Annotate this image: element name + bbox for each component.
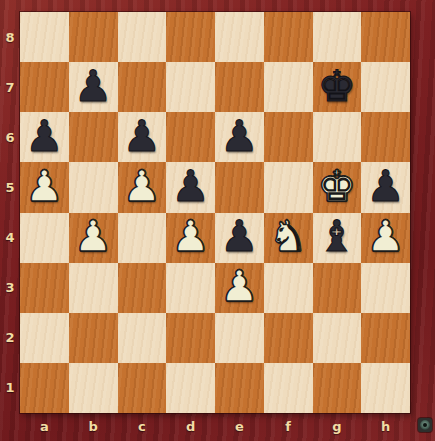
square-c8[interactable] — [118, 12, 167, 62]
file-label-a: a — [20, 413, 69, 441]
square-e3[interactable]: ♟ — [215, 263, 264, 313]
square-c3[interactable] — [118, 263, 167, 313]
rank-label-4: 4 — [0, 213, 20, 263]
square-a1[interactable] — [20, 363, 69, 413]
square-f7[interactable] — [264, 62, 313, 112]
square-b5[interactable] — [69, 162, 118, 212]
square-b7[interactable]: ♟ — [69, 62, 118, 112]
file-label-f: f — [264, 413, 313, 441]
square-b3[interactable] — [69, 263, 118, 313]
rank-label-8: 8 — [0, 12, 20, 62]
file-label-c: c — [118, 413, 167, 441]
square-c4[interactable] — [118, 213, 167, 263]
square-a8[interactable] — [20, 12, 69, 62]
square-d6[interactable] — [166, 112, 215, 162]
piece-white-pawn[interactable]: ♟ — [220, 265, 259, 308]
rank-label-5: 5 — [0, 162, 20, 212]
square-e5[interactable] — [215, 162, 264, 212]
square-a4[interactable] — [20, 213, 69, 263]
square-b4[interactable]: ♟ — [69, 213, 118, 263]
piece-black-pawn[interactable]: ♟ — [220, 115, 259, 158]
square-a5[interactable]: ♟ — [20, 162, 69, 212]
rank-label-6: 6 — [0, 112, 20, 162]
square-f4[interactable]: ♞ — [264, 213, 313, 263]
square-d7[interactable] — [166, 62, 215, 112]
file-label-e: e — [215, 413, 264, 441]
square-a2[interactable] — [20, 313, 69, 363]
square-a3[interactable] — [20, 263, 69, 313]
square-f1[interactable] — [264, 363, 313, 413]
square-e4[interactable]: ♟ — [215, 213, 264, 263]
square-h7[interactable] — [361, 62, 410, 112]
square-b6[interactable] — [69, 112, 118, 162]
rank-label-1: 1 — [0, 363, 20, 413]
piece-white-king[interactable]: ♚ — [318, 165, 357, 208]
square-f2[interactable] — [264, 313, 313, 363]
piece-white-pawn[interactable]: ♟ — [123, 165, 162, 208]
square-c6[interactable]: ♟ — [118, 112, 167, 162]
square-d2[interactable] — [166, 313, 215, 363]
file-label-h: h — [361, 413, 410, 441]
piece-black-bishop[interactable]: ♝ — [318, 215, 357, 258]
board-settings-icon — [420, 420, 430, 430]
rank-label-7: 7 — [0, 62, 20, 112]
square-e1[interactable] — [215, 363, 264, 413]
square-d8[interactable] — [166, 12, 215, 62]
square-g8[interactable] — [313, 12, 362, 62]
board-settings-button[interactable] — [418, 418, 432, 432]
square-d4[interactable]: ♟ — [166, 213, 215, 263]
file-labels: abcdefgh — [20, 413, 410, 441]
file-label-d: d — [166, 413, 215, 441]
square-g1[interactable] — [313, 363, 362, 413]
square-g6[interactable] — [313, 112, 362, 162]
square-d1[interactable] — [166, 363, 215, 413]
square-e6[interactable]: ♟ — [215, 112, 264, 162]
square-g5[interactable]: ♚ — [313, 162, 362, 212]
square-f3[interactable] — [264, 263, 313, 313]
piece-white-pawn[interactable]: ♟ — [366, 215, 405, 258]
piece-black-pawn[interactable]: ♟ — [171, 165, 210, 208]
square-h4[interactable]: ♟ — [361, 213, 410, 263]
piece-black-pawn[interactable]: ♟ — [366, 165, 405, 208]
square-c7[interactable] — [118, 62, 167, 112]
square-g4[interactable]: ♝ — [313, 213, 362, 263]
piece-white-pawn[interactable]: ♟ — [74, 215, 113, 258]
file-label-g: g — [313, 413, 362, 441]
square-a6[interactable]: ♟ — [20, 112, 69, 162]
square-c1[interactable] — [118, 363, 167, 413]
square-d5[interactable]: ♟ — [166, 162, 215, 212]
piece-white-knight[interactable]: ♞ — [269, 215, 308, 258]
square-e7[interactable] — [215, 62, 264, 112]
piece-black-pawn[interactable]: ♟ — [220, 215, 259, 258]
square-b8[interactable] — [69, 12, 118, 62]
chess-board-frame: 87654321 ♟♚♟♟♟♟♟♟♚♟♟♟♟♞♝♟♟ abcdefgh — [0, 0, 435, 441]
square-h2[interactable] — [361, 313, 410, 363]
piece-black-pawn[interactable]: ♟ — [74, 65, 113, 108]
square-f5[interactable] — [264, 162, 313, 212]
piece-black-king[interactable]: ♚ — [318, 65, 357, 108]
square-f6[interactable] — [264, 112, 313, 162]
square-h1[interactable] — [361, 363, 410, 413]
file-label-b: b — [69, 413, 118, 441]
square-d3[interactable] — [166, 263, 215, 313]
square-b2[interactable] — [69, 313, 118, 363]
square-b1[interactable] — [69, 363, 118, 413]
square-g7[interactable]: ♚ — [313, 62, 362, 112]
square-e2[interactable] — [215, 313, 264, 363]
square-e8[interactable] — [215, 12, 264, 62]
piece-white-pawn[interactable]: ♟ — [171, 215, 210, 258]
square-c2[interactable] — [118, 313, 167, 363]
piece-black-pawn[interactable]: ♟ — [123, 115, 162, 158]
piece-white-pawn[interactable]: ♟ — [25, 165, 64, 208]
board: ♟♚♟♟♟♟♟♟♚♟♟♟♟♞♝♟♟ — [20, 12, 410, 413]
rank-label-3: 3 — [0, 263, 20, 313]
square-h3[interactable] — [361, 263, 410, 313]
square-c5[interactable]: ♟ — [118, 162, 167, 212]
square-a7[interactable] — [20, 62, 69, 112]
square-g2[interactable] — [313, 313, 362, 363]
square-h5[interactable]: ♟ — [361, 162, 410, 212]
rank-label-2: 2 — [0, 313, 20, 363]
square-g3[interactable] — [313, 263, 362, 313]
rank-labels: 87654321 — [0, 12, 20, 413]
square-f8[interactable] — [264, 12, 313, 62]
piece-black-pawn[interactable]: ♟ — [25, 115, 64, 158]
square-h8[interactable] — [361, 12, 410, 62]
square-h6[interactable] — [361, 112, 410, 162]
